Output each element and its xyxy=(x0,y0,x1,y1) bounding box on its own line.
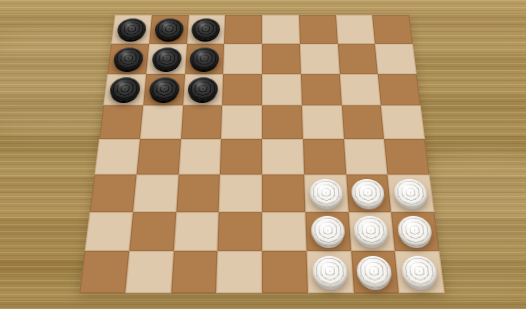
white-piece[interactable] xyxy=(401,256,439,288)
board-square[interactable] xyxy=(103,74,146,106)
board-square[interactable] xyxy=(149,15,189,44)
white-piece[interactable] xyxy=(312,256,348,288)
black-piece[interactable] xyxy=(109,78,141,102)
board-square[interactable] xyxy=(216,251,262,293)
board-square[interactable] xyxy=(299,15,338,44)
board-square[interactable] xyxy=(262,139,304,174)
board-square[interactable] xyxy=(262,174,305,211)
white-piece[interactable] xyxy=(356,256,393,288)
game-board xyxy=(79,15,444,293)
white-piece[interactable] xyxy=(351,179,386,207)
board-square[interactable] xyxy=(391,212,439,252)
black-piece[interactable] xyxy=(188,78,219,102)
board-square[interactable] xyxy=(140,106,183,139)
board-square[interactable] xyxy=(384,139,429,174)
board-square[interactable] xyxy=(183,74,224,106)
white-piece[interactable] xyxy=(354,216,390,246)
board-square[interactable] xyxy=(187,15,226,44)
board-square[interactable] xyxy=(302,106,344,139)
board-square[interactable] xyxy=(337,44,378,74)
black-piece[interactable] xyxy=(191,18,220,40)
board-square[interactable] xyxy=(341,106,384,139)
board-square[interactable] xyxy=(107,44,149,74)
board-square[interactable] xyxy=(143,74,185,106)
board-square[interactable] xyxy=(351,251,399,293)
white-piece[interactable] xyxy=(397,216,434,246)
board-perspective-wrapper xyxy=(79,15,444,293)
board-square[interactable] xyxy=(339,74,381,106)
board-square[interactable] xyxy=(133,174,178,211)
board-square[interactable] xyxy=(346,174,391,211)
board-square[interactable] xyxy=(262,212,306,252)
board-square[interactable] xyxy=(372,15,412,44)
board-square[interactable] xyxy=(304,174,348,211)
board-square[interactable] xyxy=(221,106,262,139)
board-square[interactable] xyxy=(262,106,303,139)
board-square[interactable] xyxy=(173,212,219,252)
white-piece[interactable] xyxy=(309,179,343,207)
board-square[interactable] xyxy=(79,251,129,293)
white-piece[interactable] xyxy=(393,179,428,207)
board-square[interactable] xyxy=(262,74,302,106)
board-square[interactable] xyxy=(381,106,425,139)
board-square[interactable] xyxy=(224,15,262,44)
board-square[interactable] xyxy=(219,174,262,211)
board-square[interactable] xyxy=(348,212,395,252)
board-square[interactable] xyxy=(388,174,435,211)
white-piece[interactable] xyxy=(310,216,345,246)
board-square[interactable] xyxy=(85,212,133,252)
black-piece[interactable] xyxy=(154,18,184,40)
board-square[interactable] xyxy=(220,139,262,174)
board-square[interactable] xyxy=(222,74,262,106)
board-square[interactable] xyxy=(223,44,262,74)
board-square[interactable] xyxy=(90,174,137,211)
wood-table-background xyxy=(0,0,526,309)
black-piece[interactable] xyxy=(151,47,182,70)
board-square[interactable] xyxy=(178,139,221,174)
board-square[interactable] xyxy=(176,174,220,211)
board-square[interactable] xyxy=(136,139,180,174)
board-square[interactable] xyxy=(336,15,376,44)
black-piece[interactable] xyxy=(148,78,180,102)
board-square[interactable] xyxy=(375,44,417,74)
board-square[interactable] xyxy=(218,212,262,252)
board-square[interactable] xyxy=(303,139,346,174)
board-square[interactable] xyxy=(262,44,301,74)
board-square[interactable] xyxy=(395,251,445,293)
black-piece[interactable] xyxy=(190,47,220,70)
board-square[interactable] xyxy=(344,139,388,174)
board-square[interactable] xyxy=(262,15,300,44)
board-square[interactable] xyxy=(94,139,139,174)
board-square[interactable] xyxy=(125,251,173,293)
board-square[interactable] xyxy=(262,251,308,293)
board-square[interactable] xyxy=(181,106,223,139)
board-square[interactable] xyxy=(171,251,218,293)
board-square[interactable] xyxy=(300,44,340,74)
black-piece[interactable] xyxy=(112,47,144,70)
board-square[interactable] xyxy=(305,212,351,252)
black-piece[interactable] xyxy=(116,18,147,40)
board-square[interactable] xyxy=(301,74,342,106)
board-square[interactable] xyxy=(378,74,421,106)
board-square[interactable] xyxy=(99,106,143,139)
board-square[interactable] xyxy=(129,212,176,252)
board-square[interactable] xyxy=(306,251,353,293)
board-square[interactable] xyxy=(185,44,225,74)
board-square[interactable] xyxy=(111,15,151,44)
board-square[interactable] xyxy=(146,44,187,74)
